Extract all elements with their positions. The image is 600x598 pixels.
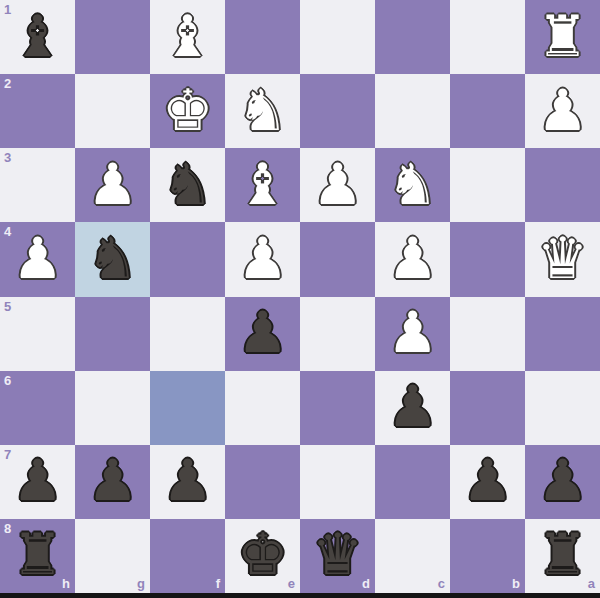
square-b2[interactable] xyxy=(450,74,525,148)
square-f1[interactable]: ♝ xyxy=(150,0,225,74)
square-d6[interactable] xyxy=(300,371,375,445)
white-pawn[interactable]: ♟ xyxy=(237,230,288,287)
black-pawn[interactable]: ♟ xyxy=(12,452,63,509)
white-knight[interactable]: ♞ xyxy=(387,156,438,213)
square-b3[interactable] xyxy=(450,148,525,222)
square-h6[interactable]: 6 xyxy=(0,371,75,445)
chess-board: ♝1♝♜2♚♞♟3♟♞♝♟♞♟4♞♟♟♛5♟♟6♟♟7♟♟♟♟♜8hgf♚e♛d… xyxy=(0,0,600,593)
black-bishop[interactable]: ♝ xyxy=(12,8,63,65)
white-pawn[interactable]: ♟ xyxy=(12,230,63,287)
rank-label-1: 1 xyxy=(4,3,11,16)
square-e8[interactable]: ♚e xyxy=(225,519,300,593)
white-pawn[interactable]: ♟ xyxy=(312,156,363,213)
square-h7[interactable]: ♟7 xyxy=(0,445,75,519)
white-bishop[interactable]: ♝ xyxy=(237,156,288,213)
square-d5[interactable] xyxy=(300,297,375,371)
square-f7[interactable]: ♟ xyxy=(150,445,225,519)
square-f2[interactable]: ♚ xyxy=(150,74,225,148)
square-c5[interactable]: ♟ xyxy=(375,297,450,371)
black-pawn[interactable]: ♟ xyxy=(387,378,438,435)
rank-label-7: 7 xyxy=(4,448,11,461)
square-a7[interactable]: ♟ xyxy=(525,445,600,519)
rank-label-3: 3 xyxy=(4,151,11,164)
black-pawn[interactable]: ♟ xyxy=(237,304,288,361)
black-pawn[interactable]: ♟ xyxy=(462,452,513,509)
square-d1[interactable] xyxy=(300,0,375,74)
file-label-g: g xyxy=(137,577,145,590)
square-a1[interactable]: ♜ xyxy=(525,0,600,74)
square-a3[interactable] xyxy=(525,148,600,222)
square-c1[interactable] xyxy=(375,0,450,74)
white-knight[interactable]: ♞ xyxy=(237,82,288,139)
square-d4[interactable] xyxy=(300,222,375,296)
square-c7[interactable] xyxy=(375,445,450,519)
white-bishop[interactable]: ♝ xyxy=(162,8,213,65)
square-h1[interactable]: ♝1 xyxy=(0,0,75,74)
square-b7[interactable]: ♟ xyxy=(450,445,525,519)
rank-label-2: 2 xyxy=(4,77,11,90)
square-a6[interactable] xyxy=(525,371,600,445)
square-h3[interactable]: 3 xyxy=(0,148,75,222)
square-a4[interactable]: ♛ xyxy=(525,222,600,296)
square-c6[interactable]: ♟ xyxy=(375,371,450,445)
square-c4[interactable]: ♟ xyxy=(375,222,450,296)
square-g1[interactable] xyxy=(75,0,150,74)
square-b4[interactable] xyxy=(450,222,525,296)
rank-label-8: 8 xyxy=(4,522,11,535)
square-a2[interactable]: ♟ xyxy=(525,74,600,148)
square-c8[interactable]: c xyxy=(375,519,450,593)
black-knight[interactable]: ♞ xyxy=(162,156,213,213)
square-g2[interactable] xyxy=(75,74,150,148)
square-c3[interactable]: ♞ xyxy=(375,148,450,222)
square-f4[interactable] xyxy=(150,222,225,296)
black-queen[interactable]: ♛ xyxy=(312,526,363,583)
square-d3[interactable]: ♟ xyxy=(300,148,375,222)
square-c2[interactable] xyxy=(375,74,450,148)
square-f8[interactable]: f xyxy=(150,519,225,593)
square-d7[interactable] xyxy=(300,445,375,519)
white-queen[interactable]: ♛ xyxy=(537,230,588,287)
file-label-a: a xyxy=(588,577,595,590)
square-h8[interactable]: ♜8h xyxy=(0,519,75,593)
white-king[interactable]: ♚ xyxy=(162,82,213,139)
file-label-h: h xyxy=(62,577,70,590)
square-h2[interactable]: 2 xyxy=(0,74,75,148)
square-e3[interactable]: ♝ xyxy=(225,148,300,222)
bottom-bar xyxy=(0,593,600,598)
square-d8[interactable]: ♛d xyxy=(300,519,375,593)
square-h4[interactable]: ♟4 xyxy=(0,222,75,296)
square-e1[interactable] xyxy=(225,0,300,74)
rank-label-5: 5 xyxy=(4,300,11,313)
square-g8[interactable]: g xyxy=(75,519,150,593)
file-label-f: f xyxy=(216,577,220,590)
square-e4[interactable]: ♟ xyxy=(225,222,300,296)
square-d2[interactable] xyxy=(300,74,375,148)
square-g4[interactable]: ♞ xyxy=(75,222,150,296)
black-rook[interactable]: ♜ xyxy=(537,526,588,583)
square-a8[interactable]: ♜a xyxy=(525,519,600,593)
black-pawn[interactable]: ♟ xyxy=(87,452,138,509)
square-g6[interactable] xyxy=(75,371,150,445)
black-pawn[interactable]: ♟ xyxy=(537,452,588,509)
black-pawn[interactable]: ♟ xyxy=(162,452,213,509)
file-label-e: e xyxy=(288,577,295,590)
file-label-c: c xyxy=(438,577,445,590)
white-pawn[interactable]: ♟ xyxy=(387,230,438,287)
square-b1[interactable] xyxy=(450,0,525,74)
square-f5[interactable] xyxy=(150,297,225,371)
white-pawn[interactable]: ♟ xyxy=(387,304,438,361)
black-knight[interactable]: ♞ xyxy=(87,230,138,287)
square-g3[interactable]: ♟ xyxy=(75,148,150,222)
white-rook[interactable]: ♜ xyxy=(537,8,588,65)
white-pawn[interactable]: ♟ xyxy=(537,82,588,139)
rank-label-6: 6 xyxy=(4,374,11,387)
square-b6[interactable] xyxy=(450,371,525,445)
square-b5[interactable] xyxy=(450,297,525,371)
black-rook[interactable]: ♜ xyxy=(12,526,63,583)
square-b8[interactable]: b xyxy=(450,519,525,593)
file-label-b: b xyxy=(512,577,520,590)
file-label-d: d xyxy=(362,577,370,590)
white-pawn[interactable]: ♟ xyxy=(87,156,138,213)
black-king[interactable]: ♚ xyxy=(237,526,288,583)
square-g5[interactable] xyxy=(75,297,150,371)
square-e7[interactable] xyxy=(225,445,300,519)
square-h5[interactable]: 5 xyxy=(0,297,75,371)
rank-label-4: 4 xyxy=(4,225,11,238)
square-e2[interactable]: ♞ xyxy=(225,74,300,148)
square-e6[interactable] xyxy=(225,371,300,445)
chess-board-wrapper: ♝1♝♜2♚♞♟3♟♞♝♟♞♟4♞♟♟♛5♟♟6♟♟7♟♟♟♟♜8hgf♚e♛d… xyxy=(0,0,600,598)
square-f6[interactable] xyxy=(150,371,225,445)
square-f3[interactable]: ♞ xyxy=(150,148,225,222)
square-e5[interactable]: ♟ xyxy=(225,297,300,371)
square-a5[interactable] xyxy=(525,297,600,371)
square-g7[interactable]: ♟ xyxy=(75,445,150,519)
